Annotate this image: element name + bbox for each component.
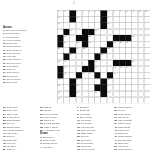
clue-text: Road curve <box>7 106 18 108</box>
bottom-clue-column-1: 31. Road curve33. Once more34. Take it e… <box>3 106 38 150</box>
clue-text: In good time <box>43 149 55 150</box>
clue-text: Bird's home <box>7 75 18 77</box>
clue-text: Bright thought <box>7 119 20 121</box>
clue-text: Tall tale <box>44 109 51 111</box>
clue-text: Kind of market <box>7 39 21 41</box>
cell-number: 6 <box>95 11 96 13</box>
cell-number: 50 <box>77 79 79 81</box>
clue-item: 29. For the record <box>77 148 112 150</box>
cell-number: 21 <box>64 36 66 38</box>
clue-text: Close by <box>7 148 15 150</box>
cell-number: 23 <box>132 36 134 38</box>
cell-number: 13 <box>145 11 147 13</box>
clue-item: 30. Sticky stuff <box>3 81 54 84</box>
clue-item: 50. Close by <box>3 148 38 150</box>
clue-text: On the house <box>7 116 20 118</box>
cell-number: 7 <box>108 11 109 13</box>
down-header: Down <box>40 132 75 135</box>
clue-text: Rise and shine <box>5 32 19 34</box>
clue-text: Get bent out of shape <box>5 29 26 31</box>
clue-text: Fair share <box>7 145 17 147</box>
clue-text: Read between <box>118 148 132 150</box>
clue-text: State further <box>81 132 93 134</box>
clue-text: On the mend <box>118 113 131 115</box>
clue-text: Draw near <box>81 145 91 147</box>
cell-number: 38 <box>95 60 97 62</box>
clue-text: Fall behind <box>81 122 92 124</box>
cell-number: 8 <box>114 11 115 13</box>
cell-number: 56 <box>77 91 79 93</box>
clue-text: Safe to say <box>118 116 129 118</box>
cell-number: 5 <box>89 11 90 13</box>
cell-number: 28 <box>120 42 122 44</box>
cell-number: 30 <box>58 48 60 50</box>
cell-number: 34 <box>70 54 72 56</box>
cell-number: 12 <box>139 11 141 13</box>
clue-text: Go it alone <box>81 119 91 121</box>
clue-text: Once more <box>7 109 18 111</box>
clue-text: Take it easy <box>7 113 18 115</box>
cell-number: 26 <box>89 42 91 44</box>
cell-number: 55 <box>58 91 60 93</box>
clue-text: Even so <box>81 135 89 137</box>
clue-text: Gone by <box>7 135 15 137</box>
clue-text: Deep sleep <box>43 136 54 138</box>
cell-number: 36 <box>58 60 60 62</box>
cell-number: 41 <box>95 67 97 69</box>
clue-text: Rainy day fund <box>81 129 95 131</box>
clue-text: Second showing <box>44 122 60 124</box>
clue-text: Now and then <box>118 139 131 141</box>
cell-number: 20 <box>95 29 97 31</box>
cell-number: 27 <box>114 42 116 44</box>
clue-text: Middle ground <box>118 135 132 137</box>
clue-text: Clear the way <box>81 126 94 128</box>
cell-number: 31 <box>77 48 79 50</box>
cell-number: 40 <box>64 67 66 69</box>
clue-text: Try out <box>118 109 125 111</box>
cell-number: 17 <box>58 23 60 25</box>
clue-text: Stand firm <box>118 132 128 134</box>
clue-text: Come to rest <box>44 116 56 118</box>
clue-text: Keep out <box>7 142 16 144</box>
cell-number: 59 <box>58 98 60 100</box>
clue-text: Think ahead <box>118 126 130 128</box>
clue-text: Set apart <box>80 106 89 108</box>
cell-number: 18 <box>108 23 110 25</box>
cell-number: 51 <box>108 79 110 81</box>
clue-text: Make a choice <box>44 126 58 128</box>
clue-text: Odd job <box>44 106 52 108</box>
clue-text: Turn of phrase <box>118 119 132 121</box>
clue-text: Farmer's field <box>5 36 18 38</box>
crossword-grid: 1234567891011121314151617181920212223242… <box>57 10 150 103</box>
cell-number: 46 <box>83 73 85 75</box>
cell-number: 24 <box>64 42 66 44</box>
cell-number: 9 <box>120 11 121 13</box>
clue-text: For the record <box>81 148 95 150</box>
clue-text: Tiny bit <box>7 122 14 124</box>
clue-text: Plain to see <box>118 129 129 131</box>
clue-text: Morning moisture <box>7 129 24 131</box>
clue-text: Not at all <box>7 68 16 70</box>
clue-text: Join forces <box>81 139 91 141</box>
clue-text: Open a bit <box>44 119 54 121</box>
across-clue-list: 1. Get bent out of shape3. Rise and shin… <box>3 29 54 84</box>
crossword-page: 2 12345678910111213141516171819202122232… <box>0 0 150 150</box>
clue-text: Spoken aloud <box>7 126 20 128</box>
clue-text: Make it count <box>118 122 131 124</box>
across-clue-column: Across 1. Get bent out of shape3. Rise a… <box>3 25 54 84</box>
clue-text: Night light <box>7 139 17 141</box>
clue-text: Well suited <box>80 113 91 115</box>
clue-text: Out of practice <box>7 78 21 80</box>
clue-text: Come together <box>7 45 21 47</box>
clue-text: Sound of relief <box>7 62 21 64</box>
cell-number: 11 <box>132 11 134 13</box>
clue-text: Spare time <box>118 142 128 144</box>
clue-text: Short note <box>80 109 90 111</box>
clue-text: Piece of cake <box>43 139 56 141</box>
clue-text: Plant starter <box>7 65 19 67</box>
clue-text: In the middle of <box>7 58 22 60</box>
clue-text: Take a stand <box>80 116 92 118</box>
clue-text: High point <box>118 145 128 147</box>
clue-item: 5. In good time <box>40 149 75 150</box>
cell-number: 29 <box>126 42 128 44</box>
clue-text: Lose color <box>7 132 17 134</box>
cell-number: 44 <box>126 67 128 69</box>
bottom-clue-column-4: 30. Word of honor32. Try out33. On the m… <box>114 106 149 150</box>
clue-text: Hold dear <box>43 146 52 148</box>
cell-number: 48 <box>114 73 116 75</box>
clue-text: Opera solo <box>7 42 18 44</box>
clue-item: 51. Read between <box>114 148 149 150</box>
cell-number: 16 <box>108 17 110 19</box>
clue-text: Small quarrel <box>7 71 20 73</box>
page-number: 2 <box>73 2 74 5</box>
cell-number: 32 <box>83 48 85 50</box>
cell-number: 35 <box>101 54 103 56</box>
cell-number: 42 <box>114 67 116 69</box>
cell-number: 52 <box>58 85 60 87</box>
cell-number: 39 <box>132 60 134 62</box>
clue-text: Free of charge <box>44 113 58 115</box>
cell-number: 58 <box>108 91 110 93</box>
clue-text: By and large <box>81 142 93 144</box>
cell-number: 37 <box>64 60 66 62</box>
cell-number: 10 <box>126 11 128 13</box>
cell-number: 45 <box>64 73 66 75</box>
clue-text: Sticky stuff <box>7 81 17 83</box>
grid-cell[interactable] <box>144 97 150 103</box>
cell-number: 15 <box>77 17 79 19</box>
clue-text: Word of honor <box>118 106 132 108</box>
cell-number: 4 <box>83 11 84 13</box>
cell-number: 25 <box>77 42 79 44</box>
cell-number: 49 <box>58 79 60 81</box>
bottom-clue-column-3: 6. Set apart7. Short note8. Well suited9… <box>77 106 112 150</box>
cell-number: 22 <box>89 36 91 38</box>
bottom-clue-column-2: 51. Odd job52. Tall tale53. Free of char… <box>40 106 75 150</box>
cell-number: 14 <box>58 17 60 19</box>
cell-number: 43 <box>120 67 122 69</box>
cell-number: 3 <box>77 11 78 13</box>
cell-number: 2 <box>64 11 65 13</box>
cell-number: 54 <box>108 85 110 87</box>
cell-number: 19 <box>70 29 72 31</box>
clue-text: Make amends <box>7 52 21 54</box>
clue-text: Fish eggs <box>7 55 16 57</box>
cell-number: 1 <box>58 11 59 13</box>
across-header: Across <box>3 25 54 28</box>
cell-number: 33 <box>108 48 110 50</box>
cell-number: 57 <box>95 91 97 93</box>
cell-number: 47 <box>89 73 91 75</box>
clue-text: All together now <box>44 129 60 131</box>
clue-text: Break suddenly <box>7 49 22 51</box>
cell-number: 53 <box>77 85 79 87</box>
clue-text: Change course <box>43 142 58 144</box>
